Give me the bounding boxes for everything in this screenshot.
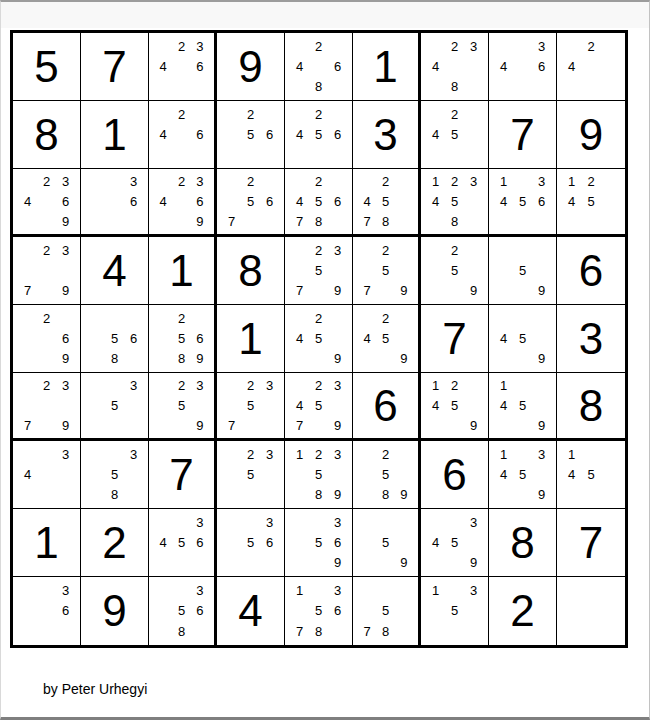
cell-r2c1[interactable]: 8 bbox=[13, 101, 81, 169]
solved-digit: 8 bbox=[510, 521, 534, 565]
pencil-mark: 5 bbox=[105, 468, 124, 481]
solved-digit: 9 bbox=[238, 45, 262, 89]
pencil-mark: 4 bbox=[290, 332, 309, 345]
cell-r1c4[interactable]: 9 bbox=[217, 33, 285, 101]
cell-r2c4[interactable]: 256 bbox=[217, 101, 285, 169]
pencil-mark: 5 bbox=[376, 536, 394, 549]
cell-r3c1[interactable]: 23469 bbox=[13, 169, 81, 237]
cell-r6c9[interactable]: 8 bbox=[557, 373, 625, 441]
pencil-mark: 6 bbox=[328, 128, 347, 141]
pencil-mark: 6 bbox=[191, 195, 209, 208]
cell-r3c7[interactable]: 123458 bbox=[421, 169, 489, 237]
pencil-mark: 3 bbox=[328, 379, 347, 392]
pencil-mark: 9 bbox=[532, 284, 551, 297]
cell-r8c8[interactable]: 8 bbox=[489, 509, 557, 577]
cell-r5c6[interactable]: 2459 bbox=[353, 305, 421, 373]
solved-digit: 6 bbox=[373, 384, 397, 428]
pencil-mark: 5 bbox=[309, 399, 328, 412]
cell-r8c7[interactable]: 3459 bbox=[421, 509, 489, 577]
cell-r8c4[interactable]: 356 bbox=[217, 509, 285, 577]
solved-digit: 7 bbox=[169, 453, 193, 497]
pencil-mark: 3 bbox=[56, 175, 75, 188]
pencil-mark: 9 bbox=[191, 352, 209, 365]
cell-r1c8[interactable]: 346 bbox=[489, 33, 557, 101]
cell-r7c9[interactable]: 145 bbox=[557, 441, 625, 509]
pencil-mark: 7 bbox=[358, 215, 376, 228]
cell-r4c2[interactable]: 4 bbox=[81, 237, 149, 305]
cell-r9c5[interactable]: 135678 bbox=[285, 577, 353, 645]
pencil-mark: 4 bbox=[562, 195, 581, 208]
pencil-mark: 2 bbox=[37, 244, 56, 257]
pencil-mark: 8 bbox=[105, 488, 124, 501]
pencil-mark: 3 bbox=[56, 584, 75, 597]
pencil-mark: 9 bbox=[395, 352, 413, 365]
pencil-mark: 1 bbox=[494, 175, 513, 188]
cell-r9c3[interactable]: 3568 bbox=[149, 577, 217, 645]
cell-r9c9[interactable] bbox=[557, 577, 625, 645]
cell-r7c7[interactable]: 6 bbox=[421, 441, 489, 509]
cell-r6c3[interactable]: 2359 bbox=[149, 373, 217, 441]
pencil-mark: 2 bbox=[445, 40, 464, 53]
cell-r6c1[interactable]: 2379 bbox=[13, 373, 81, 441]
pencil-mark: 4 bbox=[426, 128, 445, 141]
pencil-mark: 5 bbox=[445, 128, 464, 141]
pencil-mark: 2 bbox=[581, 175, 600, 188]
cell-r7c3[interactable]: 7 bbox=[149, 441, 217, 509]
pencil-mark: 6 bbox=[328, 536, 347, 549]
pencil-mark: 3 bbox=[328, 584, 347, 597]
pencil-mark: 6 bbox=[56, 604, 75, 617]
solved-digit: 2 bbox=[102, 521, 126, 565]
pencil-mark: 6 bbox=[328, 195, 347, 208]
pencil-mark: 7 bbox=[290, 215, 309, 228]
solved-digit: 1 bbox=[34, 521, 58, 565]
solved-digit: 3 bbox=[373, 113, 397, 157]
pencil-mark: 2 bbox=[37, 175, 56, 188]
pencil-mark: 8 bbox=[105, 352, 124, 365]
pencil-mark: 2 bbox=[309, 40, 328, 53]
cell-r4c1[interactable]: 2379 bbox=[13, 237, 81, 305]
cell-r4c7[interactable]: 259 bbox=[421, 237, 489, 305]
pencil-mark: 2 bbox=[376, 175, 394, 188]
pencil-mark: 7 bbox=[290, 625, 309, 638]
solved-digit: 2 bbox=[510, 589, 534, 633]
pencil-mark: 6 bbox=[191, 332, 209, 345]
pencil-mark: 6 bbox=[191, 536, 209, 549]
pencil-mark: 2 bbox=[37, 312, 56, 325]
pencil-mark: 6 bbox=[191, 604, 209, 617]
pencil-mark: 4 bbox=[426, 399, 445, 412]
cell-r8c3[interactable]: 3456 bbox=[149, 509, 217, 577]
pencil-mark: 4 bbox=[494, 195, 513, 208]
pencil-mark: 5 bbox=[376, 195, 394, 208]
pencil-mark: 2 bbox=[376, 312, 394, 325]
cell-r2c2[interactable]: 1 bbox=[81, 101, 149, 169]
pencil-mark: 3 bbox=[464, 516, 483, 529]
pencil-mark: 4 bbox=[426, 195, 445, 208]
pencil-mark: 4 bbox=[18, 468, 37, 481]
top-strip bbox=[1, 2, 649, 28]
pencil-mark: 3 bbox=[191, 175, 209, 188]
pencil-mark: 1 bbox=[426, 584, 445, 597]
cell-r1c2[interactable]: 7 bbox=[81, 33, 149, 101]
pencil-mark: 2 bbox=[172, 108, 190, 121]
pencil-mark: 5 bbox=[445, 604, 464, 617]
solved-digit: 1 bbox=[102, 113, 126, 157]
pencil-mark: 5 bbox=[513, 468, 532, 481]
pencil-mark: 3 bbox=[464, 175, 483, 188]
solved-digit: 5 bbox=[34, 45, 58, 89]
pencil-mark: 9 bbox=[56, 352, 75, 365]
cell-r7c5[interactable]: 123589 bbox=[285, 441, 353, 509]
pencil-mark: 2 bbox=[309, 175, 328, 188]
pencil-mark: 8 bbox=[172, 625, 190, 638]
pencil-mark: 6 bbox=[56, 332, 75, 345]
solved-digit: 3 bbox=[579, 317, 603, 361]
pencil-mark: 3 bbox=[191, 379, 209, 392]
cell-r2c7[interactable]: 245 bbox=[421, 101, 489, 169]
cell-r3c5[interactable]: 245678 bbox=[285, 169, 353, 237]
pencil-mark: 2 bbox=[241, 448, 260, 461]
solved-digit: 9 bbox=[102, 589, 126, 633]
pencil-mark: 4 bbox=[358, 195, 376, 208]
cell-r8c9[interactable]: 7 bbox=[557, 509, 625, 577]
pencil-mark: 3 bbox=[191, 584, 209, 597]
pencil-mark: 8 bbox=[309, 488, 328, 501]
cell-r6c6[interactable]: 6 bbox=[353, 373, 421, 441]
pencil-mark: 9 bbox=[464, 284, 483, 297]
pencil-mark: 3 bbox=[56, 379, 75, 392]
pencil-mark: 4 bbox=[290, 128, 309, 141]
cell-r9c6[interactable]: 578 bbox=[353, 577, 421, 645]
cell-r1c6[interactable]: 1 bbox=[353, 33, 421, 101]
cell-r4c8[interactable]: 59 bbox=[489, 237, 557, 305]
pencil-mark: 3 bbox=[260, 516, 279, 529]
cell-r5c1[interactable]: 269 bbox=[13, 305, 81, 373]
pencil-mark: 6 bbox=[191, 60, 209, 73]
pencil-mark: 9 bbox=[395, 556, 413, 569]
pencil-mark: 6 bbox=[260, 536, 279, 549]
solved-digit: 1 bbox=[238, 317, 262, 361]
cell-r1c3[interactable]: 2346 bbox=[149, 33, 217, 101]
cell-r5c9[interactable]: 3 bbox=[557, 305, 625, 373]
pencil-mark: 2 bbox=[241, 108, 260, 121]
pencil-mark: 6 bbox=[191, 128, 209, 141]
pencil-mark: 5 bbox=[513, 399, 532, 412]
pencil-mark: 7 bbox=[358, 284, 376, 297]
pencil-mark: 5 bbox=[513, 195, 532, 208]
pencil-mark: 1 bbox=[562, 448, 581, 461]
pencil-mark: 5 bbox=[309, 332, 328, 345]
pencil-mark: 2 bbox=[309, 448, 328, 461]
pencil-mark: 2 bbox=[241, 379, 260, 392]
pencil-mark: 9 bbox=[56, 419, 75, 432]
pencil-mark: 5 bbox=[309, 195, 328, 208]
cell-r7c1[interactable]: 34 bbox=[13, 441, 81, 509]
pencil-mark: 1 bbox=[426, 175, 445, 188]
solved-digit: 7 bbox=[579, 521, 603, 565]
pencil-mark: 3 bbox=[464, 40, 483, 53]
solved-digit: 4 bbox=[102, 249, 126, 293]
pencil-mark: 1 bbox=[562, 175, 581, 188]
pencil-mark: 9 bbox=[532, 419, 551, 432]
pencil-mark: 8 bbox=[376, 488, 394, 501]
cell-r7c2[interactable]: 358 bbox=[81, 441, 149, 509]
pencil-mark: 4 bbox=[494, 60, 513, 73]
cell-r1c9[interactable]: 24 bbox=[557, 33, 625, 101]
pencil-mark: 3 bbox=[56, 448, 75, 461]
cell-r6c5[interactable]: 234579 bbox=[285, 373, 353, 441]
cell-r5c5[interactable]: 2459 bbox=[285, 305, 353, 373]
cell-r3c8[interactable]: 13456 bbox=[489, 169, 557, 237]
cell-r1c5[interactable]: 2468 bbox=[285, 33, 353, 101]
pencil-mark: 6 bbox=[532, 60, 551, 73]
cell-r4c6[interactable]: 2579 bbox=[353, 237, 421, 305]
pencil-mark: 5 bbox=[376, 332, 394, 345]
pencil-mark: 6 bbox=[328, 604, 347, 617]
pencil-mark: 2 bbox=[376, 244, 394, 257]
solved-digit: 7 bbox=[442, 317, 466, 361]
cell-r6c7[interactable]: 12459 bbox=[421, 373, 489, 441]
cell-r8c5[interactable]: 3569 bbox=[285, 509, 353, 577]
pencil-mark: 9 bbox=[328, 556, 347, 569]
solved-digit: 9 bbox=[579, 113, 603, 157]
pencil-mark: 5 bbox=[445, 195, 464, 208]
pencil-mark: 6 bbox=[124, 332, 143, 345]
pencil-mark: 2 bbox=[309, 312, 328, 325]
pencil-mark: 8 bbox=[309, 215, 328, 228]
pencil-mark: 2 bbox=[445, 379, 464, 392]
pencil-mark: 2 bbox=[241, 175, 260, 188]
pencil-mark: 3 bbox=[328, 244, 347, 257]
pencil-mark: 4 bbox=[154, 60, 172, 73]
pencil-mark: 2 bbox=[309, 108, 328, 121]
pencil-mark: 9 bbox=[395, 488, 413, 501]
pencil-mark: 3 bbox=[56, 244, 75, 257]
pencil-mark: 4 bbox=[18, 195, 37, 208]
solved-digit: 6 bbox=[442, 453, 466, 497]
pencil-mark: 5 bbox=[581, 195, 600, 208]
cell-r5c3[interactable]: 25689 bbox=[149, 305, 217, 373]
pencil-mark: 2 bbox=[172, 40, 190, 53]
pencil-mark: 2 bbox=[37, 379, 56, 392]
pencil-mark: 4 bbox=[290, 60, 309, 73]
pencil-mark: 3 bbox=[191, 516, 209, 529]
pencil-mark: 3 bbox=[260, 379, 279, 392]
cell-r3c2[interactable]: 36 bbox=[81, 169, 149, 237]
pencil-mark: 9 bbox=[328, 419, 347, 432]
cell-r9c1[interactable]: 36 bbox=[13, 577, 81, 645]
solved-digit: 1 bbox=[373, 45, 397, 89]
pencil-mark: 2 bbox=[445, 175, 464, 188]
pencil-mark: 3 bbox=[260, 448, 279, 461]
cell-r8c1[interactable]: 1 bbox=[13, 509, 81, 577]
cell-r5c4[interactable]: 1 bbox=[217, 305, 285, 373]
cell-r3c3[interactable]: 23469 bbox=[149, 169, 217, 237]
pencil-mark: 9 bbox=[191, 419, 209, 432]
pencil-mark: 8 bbox=[376, 625, 394, 638]
sudoku-board: 5723469246812348346248124625624563245792… bbox=[10, 30, 628, 648]
cell-r5c8[interactable]: 459 bbox=[489, 305, 557, 373]
pencil-mark: 2 bbox=[581, 40, 600, 53]
pencil-mark: 1 bbox=[290, 448, 309, 461]
pencil-mark: 5 bbox=[513, 332, 532, 345]
pencil-mark: 7 bbox=[290, 284, 309, 297]
cell-r1c1[interactable]: 5 bbox=[13, 33, 81, 101]
pencil-mark: 2 bbox=[309, 244, 328, 257]
cell-r6c4[interactable]: 2357 bbox=[217, 373, 285, 441]
pencil-mark: 5 bbox=[376, 468, 394, 481]
pencil-mark: 1 bbox=[290, 584, 309, 597]
pencil-mark: 2 bbox=[445, 108, 464, 121]
pencil-mark: 9 bbox=[395, 284, 413, 297]
pencil-mark: 7 bbox=[358, 625, 376, 638]
pencil-mark: 8 bbox=[172, 352, 190, 365]
cell-r1c7[interactable]: 2348 bbox=[421, 33, 489, 101]
solved-digit: 7 bbox=[510, 113, 534, 157]
cell-r4c5[interactable]: 23579 bbox=[285, 237, 353, 305]
cell-r4c9[interactable]: 6 bbox=[557, 237, 625, 305]
solved-digit: 8 bbox=[579, 384, 603, 428]
cell-r8c6[interactable]: 59 bbox=[353, 509, 421, 577]
pencil-mark: 7 bbox=[18, 419, 37, 432]
cell-r9c8[interactable]: 2 bbox=[489, 577, 557, 645]
pencil-mark: 9 bbox=[191, 215, 209, 228]
pencil-mark: 3 bbox=[532, 448, 551, 461]
pencil-mark: 5 bbox=[241, 536, 260, 549]
cell-r6c2[interactable]: 35 bbox=[81, 373, 149, 441]
pencil-mark: 6 bbox=[124, 195, 143, 208]
pencil-mark: 5 bbox=[445, 536, 464, 549]
pencil-mark: 5 bbox=[309, 264, 328, 277]
pencil-mark: 9 bbox=[328, 284, 347, 297]
pencil-mark: 1 bbox=[494, 448, 513, 461]
solved-digit: 4 bbox=[238, 589, 262, 633]
pencil-mark: 8 bbox=[309, 80, 328, 93]
pencil-mark: 9 bbox=[56, 284, 75, 297]
cell-r2c8[interactable]: 7 bbox=[489, 101, 557, 169]
cell-r8c2[interactable]: 2 bbox=[81, 509, 149, 577]
cell-r3c9[interactable]: 1245 bbox=[557, 169, 625, 237]
pencil-mark: 9 bbox=[328, 352, 347, 365]
pencil-mark: 5 bbox=[309, 536, 328, 549]
pencil-mark: 9 bbox=[464, 419, 483, 432]
pencil-mark: 5 bbox=[172, 399, 190, 412]
pencil-mark: 5 bbox=[445, 264, 464, 277]
pencil-mark: 4 bbox=[494, 399, 513, 412]
cell-r9c4[interactable]: 4 bbox=[217, 577, 285, 645]
pencil-mark: 5 bbox=[309, 128, 328, 141]
pencil-mark: 7 bbox=[222, 215, 241, 228]
pencil-mark: 9 bbox=[464, 556, 483, 569]
pencil-mark: 4 bbox=[290, 399, 309, 412]
cell-r3c4[interactable]: 2567 bbox=[217, 169, 285, 237]
page: 5723469246812348346248124625624563245792… bbox=[0, 0, 650, 720]
pencil-mark: 2 bbox=[172, 175, 190, 188]
pencil-mark: 4 bbox=[562, 468, 581, 481]
cell-r9c7[interactable]: 135 bbox=[421, 577, 489, 645]
cell-r2c9[interactable]: 9 bbox=[557, 101, 625, 169]
pencil-mark: 7 bbox=[222, 419, 241, 432]
pencil-mark: 7 bbox=[290, 419, 309, 432]
pencil-mark: 8 bbox=[445, 215, 464, 228]
byline: by Peter Urhegyi bbox=[43, 681, 649, 697]
cell-r2c6[interactable]: 3 bbox=[353, 101, 421, 169]
pencil-mark: 1 bbox=[494, 379, 513, 392]
cell-r4c3[interactable]: 1 bbox=[149, 237, 217, 305]
pencil-mark: 5 bbox=[376, 604, 394, 617]
pencil-mark: 4 bbox=[154, 195, 172, 208]
pencil-mark: 1 bbox=[426, 379, 445, 392]
pencil-mark: 4 bbox=[290, 195, 309, 208]
pencil-mark: 5 bbox=[241, 399, 260, 412]
pencil-mark: 4 bbox=[426, 536, 445, 549]
pencil-mark: 5 bbox=[172, 332, 190, 345]
cell-r6c8[interactable]: 1459 bbox=[489, 373, 557, 441]
pencil-mark: 6 bbox=[260, 195, 279, 208]
pencil-mark: 9 bbox=[532, 488, 551, 501]
cell-r5c7[interactable]: 7 bbox=[421, 305, 489, 373]
pencil-mark: 5 bbox=[105, 332, 124, 345]
pencil-mark: 4 bbox=[426, 60, 445, 73]
cell-r7c8[interactable]: 13459 bbox=[489, 441, 557, 509]
pencil-mark: 3 bbox=[124, 175, 143, 188]
pencil-mark: 4 bbox=[494, 468, 513, 481]
pencil-mark: 4 bbox=[562, 60, 581, 73]
pencil-mark: 4 bbox=[154, 536, 172, 549]
pencil-mark: 9 bbox=[328, 488, 347, 501]
cell-r2c5[interactable]: 2456 bbox=[285, 101, 353, 169]
pencil-mark: 5 bbox=[172, 536, 190, 549]
cell-r7c6[interactable]: 2589 bbox=[353, 441, 421, 509]
pencil-mark: 4 bbox=[358, 332, 376, 345]
pencil-mark: 4 bbox=[154, 128, 172, 141]
pencil-mark: 6 bbox=[532, 195, 551, 208]
pencil-mark: 5 bbox=[309, 604, 328, 617]
pencil-mark: 2 bbox=[309, 379, 328, 392]
pencil-mark: 3 bbox=[124, 448, 143, 461]
pencil-mark: 5 bbox=[309, 468, 328, 481]
pencil-mark: 5 bbox=[241, 128, 260, 141]
pencil-mark: 5 bbox=[172, 604, 190, 617]
cell-r9c2[interactable]: 9 bbox=[81, 577, 149, 645]
pencil-mark: 8 bbox=[445, 80, 464, 93]
solved-digit: 6 bbox=[579, 249, 603, 293]
cell-r4c4[interactable]: 8 bbox=[217, 237, 285, 305]
cell-r7c4[interactable]: 235 bbox=[217, 441, 285, 509]
pencil-mark: 5 bbox=[445, 399, 464, 412]
pencil-mark: 2 bbox=[376, 448, 394, 461]
pencil-mark: 5 bbox=[241, 195, 260, 208]
cell-r2c3[interactable]: 246 bbox=[149, 101, 217, 169]
pencil-mark: 2 bbox=[172, 312, 190, 325]
pencil-mark: 5 bbox=[581, 468, 600, 481]
pencil-mark: 3 bbox=[532, 175, 551, 188]
pencil-mark: 5 bbox=[376, 264, 394, 277]
cell-r5c2[interactable]: 568 bbox=[81, 305, 149, 373]
pencil-mark: 3 bbox=[532, 40, 551, 53]
pencil-mark: 3 bbox=[124, 379, 143, 392]
pencil-mark: 8 bbox=[376, 215, 394, 228]
pencil-mark: 7 bbox=[18, 284, 37, 297]
pencil-mark: 6 bbox=[56, 195, 75, 208]
pencil-mark: 2 bbox=[172, 379, 190, 392]
solved-digit: 1 bbox=[169, 249, 193, 293]
pencil-mark: 2 bbox=[445, 244, 464, 257]
cell-r3c6[interactable]: 24578 bbox=[353, 169, 421, 237]
pencil-mark: 6 bbox=[260, 128, 279, 141]
pencil-mark: 3 bbox=[328, 516, 347, 529]
